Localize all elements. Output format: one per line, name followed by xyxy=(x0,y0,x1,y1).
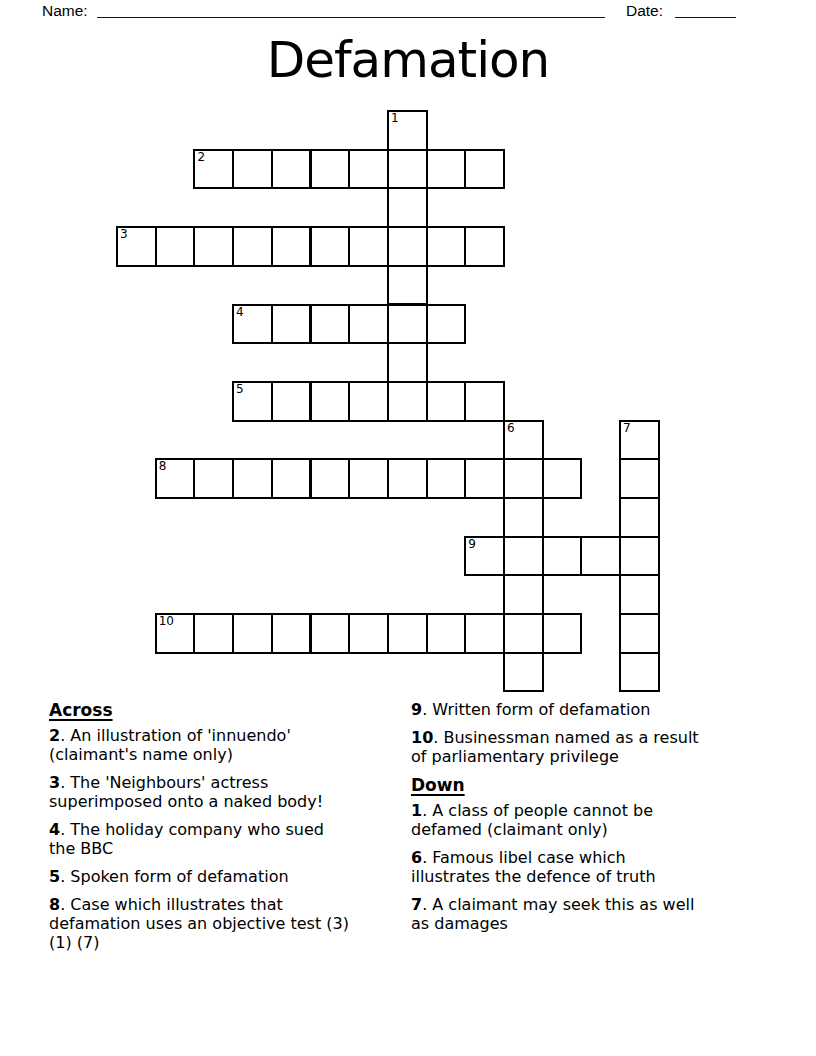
clue-9: 9. Written form of defamation xyxy=(411,700,811,719)
grid-cell-6-7[interactable] xyxy=(348,381,389,422)
cell-number-9: 9 xyxy=(468,538,476,551)
grid-cell-5-1[interactable] xyxy=(310,149,351,190)
grid-cell-13-9[interactable] xyxy=(619,458,660,499)
grid-cell-7-1[interactable] xyxy=(387,149,428,190)
grid-cell-4-13[interactable] xyxy=(271,613,312,654)
grid-cell-6-5[interactable] xyxy=(348,304,389,345)
grid-cell-10-9[interactable] xyxy=(503,458,544,499)
grid-cell-4-7[interactable] xyxy=(271,381,312,422)
grid-cell-8-1[interactable] xyxy=(426,149,467,190)
grid-cell-2-3[interactable] xyxy=(193,226,234,267)
grid-cell-7-9[interactable] xyxy=(387,458,428,499)
cell-number-5: 5 xyxy=(236,383,244,396)
grid-cell-8-5[interactable] xyxy=(426,304,467,345)
grid-cell-10-12[interactable] xyxy=(503,574,544,615)
grid-cell-4-9[interactable] xyxy=(271,458,312,499)
grid-cell-4-1[interactable] xyxy=(271,149,312,190)
crossword-grid: 12345678910 xyxy=(116,110,662,695)
clue-6: 6. Famous libel case which illustrates t… xyxy=(411,848,811,886)
cell-number-7: 7 xyxy=(623,422,631,435)
grid-cell-9-3[interactable] xyxy=(464,226,505,267)
date-blank-line[interactable] xyxy=(675,17,736,18)
grid-cell-13-13[interactable] xyxy=(619,613,660,654)
grid-cell-2-13[interactable] xyxy=(193,613,234,654)
grid-cell-13-11[interactable] xyxy=(619,536,660,577)
clue-2: 2. An illustration of 'innuendo' (claima… xyxy=(49,726,405,764)
grid-cell-3-9[interactable] xyxy=(232,458,273,499)
grid-cell-9-13[interactable] xyxy=(464,613,505,654)
clue-10: 10. Businessman named as a result of par… xyxy=(411,728,811,766)
grid-cell-2-1[interactable]: 2 xyxy=(193,149,234,190)
grid-cell-5-7[interactable] xyxy=(310,381,351,422)
grid-cell-4-5[interactable] xyxy=(271,304,312,345)
down-heading: Down xyxy=(411,775,811,795)
cell-number-1: 1 xyxy=(391,112,399,125)
grid-cell-13-12[interactable] xyxy=(619,574,660,615)
grid-cell-3-1[interactable] xyxy=(232,149,273,190)
grid-cell-9-1[interactable] xyxy=(464,149,505,190)
grid-cell-7-13[interactable] xyxy=(387,613,428,654)
grid-cell-7-6[interactable] xyxy=(387,342,428,383)
grid-cell-9-7[interactable] xyxy=(464,381,505,422)
grid-cell-10-8[interactable]: 6 xyxy=(503,420,544,461)
grid-cell-12-11[interactable] xyxy=(580,536,621,577)
grid-cell-4-3[interactable] xyxy=(271,226,312,267)
grid-cell-3-5[interactable]: 4 xyxy=(232,304,273,345)
puzzle-title: Defamation xyxy=(0,32,816,88)
clue-column-right: 9. Written form of defamation10. Busines… xyxy=(411,700,811,942)
grid-cell-13-10[interactable] xyxy=(619,497,660,538)
cell-number-10: 10 xyxy=(159,615,174,628)
across-heading: Across xyxy=(49,700,405,720)
clue-1: 1. A class of people cannot be defamed (… xyxy=(411,801,811,839)
grid-cell-1-13[interactable]: 10 xyxy=(155,613,196,654)
clue-5: 5. Spoken form of defamation xyxy=(49,867,405,886)
grid-cell-6-9[interactable] xyxy=(348,458,389,499)
cell-number-4: 4 xyxy=(236,306,244,319)
grid-cell-7-2[interactable] xyxy=(387,187,428,228)
grid-cell-6-3[interactable] xyxy=(348,226,389,267)
grid-cell-6-13[interactable] xyxy=(348,613,389,654)
grid-cell-13-8[interactable]: 7 xyxy=(619,420,660,461)
clue-8: 8. Case which illustrates that defamatio… xyxy=(49,895,405,952)
grid-cell-8-13[interactable] xyxy=(426,613,467,654)
grid-cell-9-11[interactable]: 9 xyxy=(464,536,505,577)
cell-number-2: 2 xyxy=(197,151,205,164)
grid-cell-6-1[interactable] xyxy=(348,149,389,190)
grid-cell-8-3[interactable] xyxy=(426,226,467,267)
grid-cell-7-4[interactable] xyxy=(387,265,428,306)
grid-cell-1-3[interactable] xyxy=(155,226,196,267)
name-blank-line[interactable] xyxy=(97,17,605,18)
clue-7: 7. A claimant may seek this as well as d… xyxy=(411,895,811,933)
grid-cell-5-9[interactable] xyxy=(310,458,351,499)
cell-number-8: 8 xyxy=(159,460,167,473)
clue-4: 4. The holiday company who sued the BBC xyxy=(49,820,405,858)
cell-number-6: 6 xyxy=(507,422,515,435)
grid-cell-7-5[interactable] xyxy=(387,304,428,345)
grid-cell-10-10[interactable] xyxy=(503,497,544,538)
cell-number-3: 3 xyxy=(120,228,128,241)
grid-cell-5-3[interactable] xyxy=(310,226,351,267)
grid-cell-8-9[interactable] xyxy=(426,458,467,499)
grid-cell-7-3[interactable] xyxy=(387,226,428,267)
grid-cell-3-7[interactable]: 5 xyxy=(232,381,273,422)
grid-cell-11-11[interactable] xyxy=(542,536,583,577)
grid-cell-3-3[interactable] xyxy=(232,226,273,267)
grid-cell-1-9[interactable]: 8 xyxy=(155,458,196,499)
grid-cell-13-14[interactable] xyxy=(619,652,660,693)
clue-column-left: Across2. An illustration of 'innuendo' (… xyxy=(49,700,405,961)
grid-cell-10-11[interactable] xyxy=(503,536,544,577)
grid-cell-7-0[interactable]: 1 xyxy=(387,110,428,151)
clue-3: 3. The 'Neighbours' actress superimposed… xyxy=(49,773,405,811)
grid-cell-3-13[interactable] xyxy=(232,613,273,654)
date-field-label: Date: xyxy=(626,3,663,19)
grid-cell-10-14[interactable] xyxy=(503,652,544,693)
grid-cell-0-3[interactable]: 3 xyxy=(116,226,157,267)
grid-cell-5-5[interactable] xyxy=(310,304,351,345)
grid-cell-7-7[interactable] xyxy=(387,381,428,422)
grid-cell-5-13[interactable] xyxy=(310,613,351,654)
grid-cell-9-9[interactable] xyxy=(464,458,505,499)
grid-cell-11-13[interactable] xyxy=(542,613,583,654)
grid-cell-8-7[interactable] xyxy=(426,381,467,422)
grid-cell-2-9[interactable] xyxy=(193,458,234,499)
name-field-label: Name: xyxy=(42,3,88,19)
grid-cell-10-13[interactable] xyxy=(503,613,544,654)
grid-cell-11-9[interactable] xyxy=(542,458,583,499)
